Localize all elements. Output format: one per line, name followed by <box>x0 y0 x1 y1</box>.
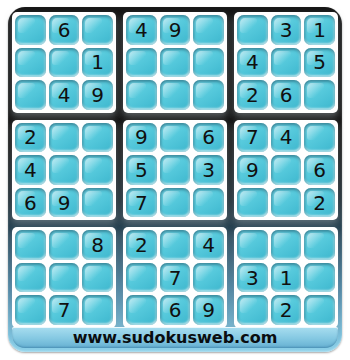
cell-digit: 3 <box>280 20 293 40</box>
cell-r4c3[interactable] <box>82 123 113 153</box>
cell-r9c7[interactable] <box>237 295 268 325</box>
box-5: 96537 <box>123 120 227 221</box>
cell-r5c6[interactable]: 3 <box>193 155 224 185</box>
cell-digit: 2 <box>313 193 326 213</box>
cell-r1c1[interactable] <box>15 15 46 45</box>
cell-r3c3[interactable]: 9 <box>82 80 113 110</box>
cell-r7c7[interactable] <box>237 230 268 260</box>
cell-r6c6[interactable] <box>193 188 224 218</box>
cell-r3c4[interactable] <box>126 80 157 110</box>
cell-r4c6[interactable]: 6 <box>193 123 224 153</box>
box-1: 6149 <box>12 12 116 113</box>
cell-r5c3[interactable] <box>82 155 113 185</box>
cell-r5c2[interactable] <box>49 155 80 185</box>
cell-digit: 8 <box>91 235 104 255</box>
cell-r7c8[interactable] <box>271 230 302 260</box>
cell-r7c4[interactable]: 2 <box>126 230 157 260</box>
cell-r2c6[interactable] <box>193 48 224 78</box>
cell-r3c9[interactable] <box>304 80 335 110</box>
footer-bar: www.sudokusweb.com <box>12 327 338 348</box>
cell-r7c2[interactable] <box>49 230 80 260</box>
cell-digit: 9 <box>246 160 259 180</box>
cell-r4c1[interactable]: 2 <box>15 123 46 153</box>
cell-digit: 3 <box>246 268 259 288</box>
cell-digit: 5 <box>313 52 326 72</box>
box-3: 314526 <box>234 12 338 113</box>
cell-r8c4[interactable] <box>126 263 157 293</box>
cell-r4c2[interactable] <box>49 123 80 153</box>
cell-r7c6[interactable]: 4 <box>193 230 224 260</box>
cell-digit: 7 <box>246 127 259 147</box>
cell-r8c3[interactable] <box>82 263 113 293</box>
cell-r8c2[interactable] <box>49 263 80 293</box>
cell-r9c2[interactable]: 7 <box>49 295 80 325</box>
cell-r2c2[interactable] <box>49 48 80 78</box>
cell-r1c5[interactable]: 9 <box>160 15 191 45</box>
cell-r1c7[interactable] <box>237 15 268 45</box>
cell-digit: 1 <box>91 52 104 72</box>
cell-r8c8[interactable]: 1 <box>271 263 302 293</box>
cell-r3c5[interactable] <box>160 80 191 110</box>
cell-r7c5[interactable] <box>160 230 191 260</box>
cell-digit: 3 <box>202 160 215 180</box>
cell-r9c6[interactable]: 9 <box>193 295 224 325</box>
cell-digit: 2 <box>135 235 148 255</box>
cell-digit: 2 <box>246 85 259 105</box>
cell-r6c8[interactable] <box>271 188 302 218</box>
cell-r1c6[interactable] <box>193 15 224 45</box>
cell-digit: 4 <box>135 20 148 40</box>
cell-digit: 6 <box>202 127 215 147</box>
cell-digit: 7 <box>169 268 182 288</box>
box-7: 87 <box>12 227 116 328</box>
cell-r4c9[interactable] <box>304 123 335 153</box>
box-2: 49 <box>123 12 227 113</box>
cell-digit: 9 <box>135 127 148 147</box>
cell-r1c3[interactable] <box>82 15 113 45</box>
cell-r2c3[interactable]: 1 <box>82 48 113 78</box>
cell-r5c9[interactable]: 6 <box>304 155 335 185</box>
cell-r2c4[interactable] <box>126 48 157 78</box>
cell-digit: 1 <box>280 268 293 288</box>
cell-r5c4[interactable]: 5 <box>126 155 157 185</box>
sudoku-grid: 614949314526246996537749628724769312 <box>12 12 338 328</box>
cell-r7c9[interactable] <box>304 230 335 260</box>
cell-digit: 4 <box>246 52 259 72</box>
cell-r4c5[interactable] <box>160 123 191 153</box>
cell-digit: 4 <box>280 127 293 147</box>
cell-r9c4[interactable] <box>126 295 157 325</box>
cell-r8c6[interactable] <box>193 263 224 293</box>
cell-r1c4[interactable]: 4 <box>126 15 157 45</box>
cell-r3c8[interactable]: 6 <box>271 80 302 110</box>
cell-r6c7[interactable] <box>237 188 268 218</box>
cell-r3c6[interactable] <box>193 80 224 110</box>
cell-digit: 9 <box>91 85 104 105</box>
box-8: 24769 <box>123 227 227 328</box>
cell-r7c1[interactable] <box>15 230 46 260</box>
cell-digit: 1 <box>313 20 326 40</box>
cell-digit: 9 <box>202 300 215 320</box>
cell-r1c2[interactable]: 6 <box>49 15 80 45</box>
cell-r1c9[interactable]: 1 <box>304 15 335 45</box>
cell-r4c8[interactable]: 4 <box>271 123 302 153</box>
cell-r5c1[interactable]: 4 <box>15 155 46 185</box>
cell-digit: 6 <box>280 85 293 105</box>
cell-r2c9[interactable]: 5 <box>304 48 335 78</box>
cell-digit: 4 <box>202 235 215 255</box>
cell-digit: 7 <box>58 300 71 320</box>
cell-r6c3[interactable] <box>82 188 113 218</box>
cell-r8c7[interactable]: 3 <box>237 263 268 293</box>
cell-r8c1[interactable] <box>15 263 46 293</box>
box-9: 312 <box>234 227 338 328</box>
box-6: 74962 <box>234 120 338 221</box>
footer-url[interactable]: www.sudokusweb.com <box>73 328 278 347</box>
cell-r5c8[interactable] <box>271 155 302 185</box>
cell-r2c8[interactable] <box>271 48 302 78</box>
cell-r3c7[interactable]: 2 <box>237 80 268 110</box>
cell-r6c4[interactable]: 7 <box>126 188 157 218</box>
cell-r9c8[interactable]: 2 <box>271 295 302 325</box>
sudoku-board: 614949314526246996537749628724769312 www… <box>8 7 342 352</box>
cell-r7c3[interactable]: 8 <box>82 230 113 260</box>
cell-r8c9[interactable] <box>304 263 335 293</box>
cell-r6c5[interactable] <box>160 188 191 218</box>
box-4: 2469 <box>12 120 116 221</box>
cell-r4c4[interactable]: 9 <box>126 123 157 153</box>
cell-r2c5[interactable] <box>160 48 191 78</box>
cell-digit: 4 <box>24 160 37 180</box>
cell-r6c9[interactable]: 2 <box>304 188 335 218</box>
cell-digit: 6 <box>313 160 326 180</box>
cell-r2c7[interactable]: 4 <box>237 48 268 78</box>
cell-r3c1[interactable] <box>15 80 46 110</box>
cell-r3c2[interactable]: 4 <box>49 80 80 110</box>
cell-r4c7[interactable]: 7 <box>237 123 268 153</box>
cell-r2c1[interactable] <box>15 48 46 78</box>
cell-digit: 5 <box>135 160 148 180</box>
cell-digit: 7 <box>135 193 148 213</box>
cell-digit: 4 <box>58 85 71 105</box>
cell-r9c5[interactable]: 6 <box>160 295 191 325</box>
cell-r6c1[interactable]: 6 <box>15 188 46 218</box>
cell-r9c3[interactable] <box>82 295 113 325</box>
cell-digit: 6 <box>58 20 71 40</box>
cell-digit: 6 <box>24 193 37 213</box>
cell-digit: 6 <box>169 300 182 320</box>
cell-digit: 2 <box>24 127 37 147</box>
cell-r5c7[interactable]: 9 <box>237 155 268 185</box>
cell-r5c5[interactable] <box>160 155 191 185</box>
cell-r9c9[interactable] <box>304 295 335 325</box>
cell-digit: 9 <box>58 193 71 213</box>
cell-digit: 2 <box>280 300 293 320</box>
cell-r9c1[interactable] <box>15 295 46 325</box>
cell-r6c2[interactable]: 9 <box>49 188 80 218</box>
cell-r8c5[interactable]: 7 <box>160 263 191 293</box>
cell-digit: 9 <box>169 20 182 40</box>
cell-r1c8[interactable]: 3 <box>271 15 302 45</box>
